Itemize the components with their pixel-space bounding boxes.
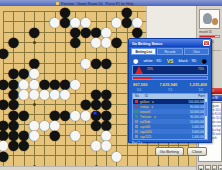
rank-icon [135,105,138,108]
black-player-label: black · 9D [179,58,197,63]
player-id: TimLover [140,115,151,119]
white-stone: ● [28,129,39,140]
player-id: iverson3 [140,110,150,114]
dialog-buttons: Go Betting Close [129,146,211,157]
badge-icon: ★ [151,105,154,109]
bet-distribution-graph: 25% 75% [132,65,208,75]
graph-left-label: 25% [147,67,153,71]
bet-odds-value: 5.5 [137,88,141,92]
tab-chat[interactable]: Chat [184,48,209,55]
board-status-strip [0,166,196,170]
last-move-marker [93,111,97,115]
rank-icon [135,110,138,113]
black-stone: ● [28,26,39,37]
betting-dialog: Go Betting Status ✕ Betting ListRecordsC… [128,38,212,143]
toolbar-button[interactable]: ▤ [205,165,211,170]
bet-amount: 1,000,000 [192,135,205,139]
toolbar-button[interactable]: ✉ [212,165,217,170]
bet-amount: 80,000,000 [190,105,205,109]
col-no: No [135,94,139,99]
tab-records[interactable]: Records [157,48,182,55]
bet-odds-value: 5.5 [199,88,203,92]
black-stone: ● [8,36,19,47]
white-player-label: white · 9D [143,58,161,63]
black-stone: ● [18,139,29,150]
app-window: Preview · Game Room 54 · Press F1 for He… [0,0,222,170]
table-scrollbar[interactable] [204,99,207,139]
dialog-tabs: Betting ListRecordsChat [129,47,211,56]
player-id: capr2025 [140,135,151,139]
hoshi-point [33,41,36,44]
bet-amount: 3,000,000 [192,130,205,134]
rank-icon [135,125,138,128]
bet-odds-value: 7.5 [168,88,172,92]
dialog-close-button[interactable]: Close [187,147,207,156]
col-id: ID [145,94,198,99]
badge-icon: ★ [152,100,155,104]
bet-amount: 10,000,000 [190,120,205,124]
white-stone: ● [70,78,81,89]
vs-label: VS [167,58,174,64]
bet-totals-row: 867,5607,635,9401,235,400 [129,81,211,88]
black-stone: ● [101,57,112,68]
toolbar-button[interactable]: ⚙ [218,165,222,170]
bet-total-value: 7,635,940 [159,82,177,87]
blue-ratio-segment [152,77,208,79]
betting-table: No ID Point go4love★100,000,000ruskaja★8… [132,93,208,140]
avatar-image [199,9,220,29]
rank-icon [135,130,138,133]
red-ratio-segment [133,77,152,79]
player-id: go4love [140,100,149,104]
graph-spike [135,66,143,74]
white-stone-icon: ● [133,58,138,64]
black-stone: ● [0,47,9,58]
close-icon[interactable]: ✕ [203,40,210,46]
player-id: capri640 [140,125,150,129]
bet-odds-row: 5.57.55.5 [129,88,211,92]
bet-total-value: 867,560 [133,82,147,87]
toolbar-button[interactable]: ▣ [198,165,204,170]
white-stone: ● [59,88,70,99]
black-stone: ● [49,129,60,140]
avatar-cat-shape [203,13,212,24]
dialog-title-bar[interactable]: Go Betting Status ✕ [129,39,211,47]
bet-amount: 30,000,000 [190,115,205,119]
player-id: capri2020 [140,130,152,134]
player-id: no23sde [140,120,150,124]
table-header: No ID Point [133,94,207,99]
black-stone: ● [70,36,81,47]
avatar-mouse-shape [212,18,218,25]
dialog-title: Go Betting Status [132,41,196,46]
table-row[interactable]: capr20251,000,000 [133,134,207,139]
black-stone: ● [0,150,9,161]
rank-icon [135,120,138,123]
tab-betting-list[interactable]: Betting List [131,48,156,55]
hoshi-point [33,103,36,106]
badge-icon: ★ [153,115,156,119]
rank-icon [135,135,138,138]
graph-right-label: 75% [198,67,204,71]
avatar-caption: meowth 5D [199,30,212,33]
player-id: ruskaja [140,105,149,109]
bet-amount: 100,000,000 [188,100,205,104]
black-stone-icon: ● [202,58,207,64]
black-stone: ● [131,26,142,37]
versus-row: ● white · 9D VS black · 9D ● [129,56,211,65]
part-label: Part 1 ▾ [132,141,142,145]
empty-panel-area [146,6,196,39]
sidebar-toolbar: ▣▤✉⚙ [198,164,222,170]
white-stone: ● [70,129,81,140]
white-stone: ● [111,150,122,161]
go-betting-button[interactable]: Go Betting [155,147,184,156]
black-stone: ● [111,36,122,47]
rank-icon [135,115,138,118]
bet-ratio-bar [132,76,208,80]
bet-total-value: 1,235,400 [189,82,207,87]
rank-icon [135,100,138,103]
bet-amount: 5,000,000 [192,125,205,129]
bet-amount: 50,000,000 [190,110,205,114]
